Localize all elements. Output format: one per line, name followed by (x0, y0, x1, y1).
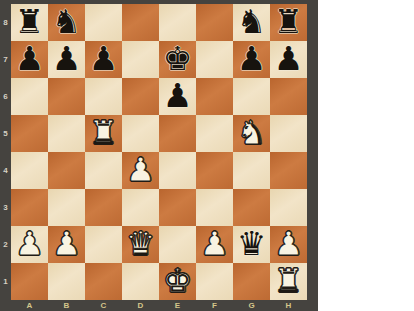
square-f7[interactable] (196, 41, 233, 78)
file-label-g: G (233, 300, 270, 311)
square-b7[interactable]: ♟ (48, 41, 85, 78)
square-b4[interactable] (48, 152, 85, 189)
piece-white-rook[interactable]: ♜ (274, 262, 304, 299)
piece-black-pawn[interactable]: ♟ (52, 40, 82, 77)
piece-white-queen[interactable]: ♛ (126, 225, 156, 262)
rank-label-6: 6 (0, 78, 11, 115)
square-a4[interactable] (11, 152, 48, 189)
square-e3[interactable] (159, 189, 196, 226)
piece-black-queen[interactable]: ♛ (237, 225, 267, 262)
piece-black-rook[interactable]: ♜ (274, 3, 304, 40)
rank-label-4: 4 (0, 152, 11, 189)
square-c1[interactable] (85, 263, 122, 300)
square-d2[interactable]: ♛ (122, 226, 159, 263)
square-h1[interactable]: ♜ (270, 263, 307, 300)
file-label-c: C (85, 300, 122, 311)
piece-white-pawn[interactable]: ♟ (274, 225, 304, 262)
square-d4[interactable]: ♟ (122, 152, 159, 189)
square-d6[interactable] (122, 78, 159, 115)
rank-label-8: 8 (0, 4, 11, 41)
square-h4[interactable] (270, 152, 307, 189)
piece-black-rook[interactable]: ♜ (15, 3, 45, 40)
square-b8[interactable]: ♞ (48, 4, 85, 41)
square-c3[interactable] (85, 189, 122, 226)
piece-black-knight[interactable]: ♞ (52, 3, 82, 40)
piece-white-pawn[interactable]: ♟ (52, 225, 82, 262)
rank-label-3: 3 (0, 189, 11, 226)
square-g3[interactable] (233, 189, 270, 226)
square-c4[interactable] (85, 152, 122, 189)
square-e7[interactable]: ♚ (159, 41, 196, 78)
square-g8[interactable]: ♞ (233, 4, 270, 41)
rank-label-7: 7 (0, 41, 11, 78)
piece-white-pawn[interactable]: ♟ (15, 225, 45, 262)
square-f6[interactable] (196, 78, 233, 115)
square-a5[interactable] (11, 115, 48, 152)
file-label-d: D (122, 300, 159, 311)
square-f8[interactable] (196, 4, 233, 41)
square-d8[interactable] (122, 4, 159, 41)
square-g1[interactable] (233, 263, 270, 300)
piece-black-pawn[interactable]: ♟ (163, 77, 193, 114)
piece-black-pawn[interactable]: ♟ (237, 40, 267, 77)
piece-white-king[interactable]: ♚ (163, 262, 193, 299)
file-label-e: E (159, 300, 196, 311)
chess-board[interactable]: ♜♞♞♜♟♟♟♚♟♟♟♜♞♟♟♟♛♟♛♟♚♜ (11, 4, 307, 300)
piece-white-pawn[interactable]: ♟ (126, 151, 156, 188)
square-a1[interactable] (11, 263, 48, 300)
square-c5[interactable]: ♜ (85, 115, 122, 152)
square-a2[interactable]: ♟ (11, 226, 48, 263)
square-a8[interactable]: ♜ (11, 4, 48, 41)
square-a3[interactable] (11, 189, 48, 226)
square-e5[interactable] (159, 115, 196, 152)
square-e2[interactable] (159, 226, 196, 263)
square-b5[interactable] (48, 115, 85, 152)
square-d5[interactable] (122, 115, 159, 152)
square-c7[interactable]: ♟ (85, 41, 122, 78)
piece-white-rook[interactable]: ♜ (89, 114, 119, 151)
rank-label-1: 1 (0, 263, 11, 300)
file-labels: ABCDEFGH (11, 300, 307, 311)
chess-board-frame: 87654321 ♜♞♞♜♟♟♟♚♟♟♟♜♞♟♟♟♛♟♛♟♚♜ ABCDEFGH (0, 0, 318, 311)
square-b1[interactable] (48, 263, 85, 300)
square-h7[interactable]: ♟ (270, 41, 307, 78)
square-g4[interactable] (233, 152, 270, 189)
square-e4[interactable] (159, 152, 196, 189)
square-g6[interactable] (233, 78, 270, 115)
piece-black-pawn[interactable]: ♟ (15, 40, 45, 77)
square-b6[interactable] (48, 78, 85, 115)
square-c8[interactable] (85, 4, 122, 41)
square-g7[interactable]: ♟ (233, 41, 270, 78)
square-a7[interactable]: ♟ (11, 41, 48, 78)
rank-label-5: 5 (0, 115, 11, 152)
square-f3[interactable] (196, 189, 233, 226)
square-h3[interactable] (270, 189, 307, 226)
square-g2[interactable]: ♛ (233, 226, 270, 263)
square-a6[interactable] (11, 78, 48, 115)
square-h5[interactable] (270, 115, 307, 152)
piece-black-king[interactable]: ♚ (163, 40, 193, 77)
piece-white-knight[interactable]: ♞ (237, 114, 267, 151)
square-f2[interactable]: ♟ (196, 226, 233, 263)
square-h2[interactable]: ♟ (270, 226, 307, 263)
square-e1[interactable]: ♚ (159, 263, 196, 300)
rank-label-2: 2 (0, 226, 11, 263)
file-label-a: A (11, 300, 48, 311)
piece-black-pawn[interactable]: ♟ (274, 40, 304, 77)
piece-white-pawn[interactable]: ♟ (200, 225, 230, 262)
page-background: 87654321 ♜♞♞♜♟♟♟♚♟♟♟♜♞♟♟♟♛♟♛♟♚♜ ABCDEFGH (0, 0, 414, 311)
square-c6[interactable] (85, 78, 122, 115)
square-b3[interactable] (48, 189, 85, 226)
square-e6[interactable]: ♟ (159, 78, 196, 115)
piece-black-knight[interactable]: ♞ (237, 3, 267, 40)
file-label-h: H (270, 300, 307, 311)
square-d3[interactable] (122, 189, 159, 226)
square-g5[interactable]: ♞ (233, 115, 270, 152)
square-d7[interactable] (122, 41, 159, 78)
rank-labels: 87654321 (0, 4, 11, 300)
square-f4[interactable] (196, 152, 233, 189)
square-b2[interactable]: ♟ (48, 226, 85, 263)
square-d1[interactable] (122, 263, 159, 300)
square-h6[interactable] (270, 78, 307, 115)
square-h8[interactable]: ♜ (270, 4, 307, 41)
file-label-b: B (48, 300, 85, 311)
square-f5[interactable] (196, 115, 233, 152)
square-e8[interactable] (159, 4, 196, 41)
file-label-f: F (196, 300, 233, 311)
square-c2[interactable] (85, 226, 122, 263)
square-f1[interactable] (196, 263, 233, 300)
piece-black-pawn[interactable]: ♟ (89, 40, 119, 77)
